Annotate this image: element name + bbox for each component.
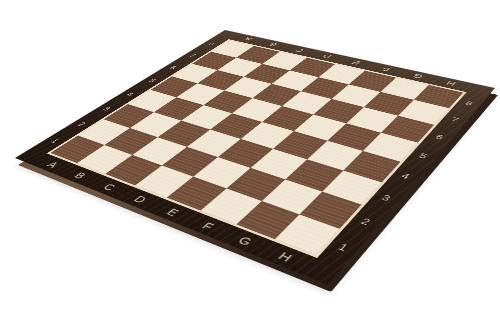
product-photo: { "game": "chess", "position": "8/8/8/8/…	[0, 0, 500, 333]
photo-canvas: ABCDEFGH ABCDEFGH 87654321 87654321	[0, 0, 500, 333]
chessboard: ABCDEFGH ABCDEFGH 87654321 87654321	[15, 30, 495, 285]
